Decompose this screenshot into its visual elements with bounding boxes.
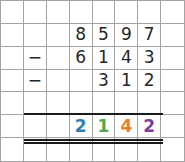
empty-cell (161, 115, 184, 138)
empty-cell (1, 24, 24, 47)
empty-cell (161, 1, 184, 24)
empty-cell (115, 92, 138, 115)
empty-cell (161, 138, 184, 161)
digit-cell: 1 (115, 70, 138, 93)
result-digit-cell: 2 (70, 115, 93, 138)
empty-cell (161, 92, 184, 115)
digit-cell: 5 (93, 24, 116, 47)
digit-cell: 6 (70, 47, 93, 70)
empty-cell (1, 115, 24, 138)
empty-cell (1, 92, 24, 115)
empty-cell (138, 92, 161, 115)
digit-cell: 9 (115, 24, 138, 47)
empty-cell (138, 1, 161, 24)
digit-cell: 1 (93, 47, 116, 70)
result-digit-cell: 4 (115, 115, 138, 138)
empty-cell (1, 1, 24, 24)
digit-cell: 3 (138, 47, 161, 70)
empty-cell (47, 1, 70, 24)
empty-cell (161, 47, 184, 70)
digit-cell: 2 (138, 70, 161, 93)
result-double-rule-line (24, 139, 163, 144)
empty-cell (161, 70, 184, 93)
digit-cell: 7 (138, 24, 161, 47)
empty-cell (1, 138, 24, 161)
empty-cell (47, 92, 70, 115)
empty-cell (1, 47, 24, 70)
empty-cell (93, 92, 116, 115)
empty-cell (70, 1, 93, 24)
empty-cell (47, 47, 70, 70)
empty-cell (161, 24, 184, 47)
empty-cell (70, 92, 93, 115)
empty-cell (1, 70, 24, 93)
digit-cell: 3 (93, 70, 116, 93)
subtraction-rule-line (24, 113, 163, 115)
empty-cell (24, 1, 47, 24)
empty-cell (70, 70, 93, 93)
empty-cell (24, 115, 47, 138)
result-digit-cell: 2 (138, 115, 161, 138)
empty-cell (93, 1, 116, 24)
result-digit-cell: 1 (93, 115, 116, 138)
empty-cell (47, 115, 70, 138)
minus-operator: − (24, 47, 47, 70)
minus-operator: − (24, 70, 47, 93)
worksheet-grid: 8597−6143−3122142 (0, 0, 185, 162)
empty-cell (115, 1, 138, 24)
digit-cell: 8 (70, 24, 93, 47)
empty-cell (47, 70, 70, 93)
digit-cell: 4 (115, 47, 138, 70)
empty-cell (47, 24, 70, 47)
empty-cell (24, 92, 47, 115)
empty-cell (24, 24, 47, 47)
